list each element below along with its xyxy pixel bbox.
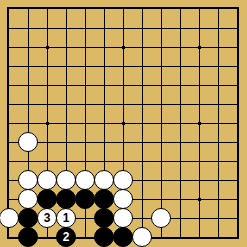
grid-line-vertical (142, 9, 143, 237)
hoshi-point (46, 122, 49, 125)
white-stone (113, 189, 133, 209)
white-stone (113, 208, 133, 228)
black-stone: 2 (56, 227, 76, 247)
black-stone (94, 208, 114, 228)
hoshi-point (122, 122, 125, 125)
grid-line-horizontal (9, 142, 237, 143)
white-stone (0, 208, 19, 228)
hoshi-point (198, 122, 201, 125)
black-stone (56, 189, 76, 209)
white-stone: 1 (56, 208, 76, 228)
grid-line-vertical (218, 9, 219, 237)
black-stone (37, 189, 57, 209)
hoshi-point (46, 46, 49, 49)
grid-line-vertical (180, 9, 181, 237)
black-stone (94, 227, 114, 247)
stone-move-number: 2 (63, 231, 70, 243)
black-stone (113, 227, 133, 247)
hoshi-point (122, 46, 125, 49)
grid-line-horizontal (9, 161, 237, 162)
white-stone (56, 170, 76, 190)
white-stone (18, 189, 38, 209)
grid-line-vertical (161, 9, 162, 237)
black-stone (18, 208, 38, 228)
hoshi-point (198, 46, 201, 49)
black-stone (75, 189, 95, 209)
go-board[interactable]: 312 (0, 0, 247, 247)
white-stone (113, 170, 133, 190)
white-stone: 3 (37, 208, 57, 228)
white-stone (94, 170, 114, 190)
black-stone (94, 189, 114, 209)
stone-move-number: 1 (63, 212, 70, 224)
white-stone (75, 170, 95, 190)
black-stone (18, 227, 38, 247)
white-stone (18, 170, 38, 190)
white-stone (151, 208, 171, 228)
hoshi-point (198, 198, 201, 201)
white-stone (132, 227, 152, 247)
white-stone (18, 132, 38, 152)
white-stone (37, 170, 57, 190)
go-diagram: 312 (0, 0, 247, 247)
stone-move-number: 3 (44, 212, 51, 224)
